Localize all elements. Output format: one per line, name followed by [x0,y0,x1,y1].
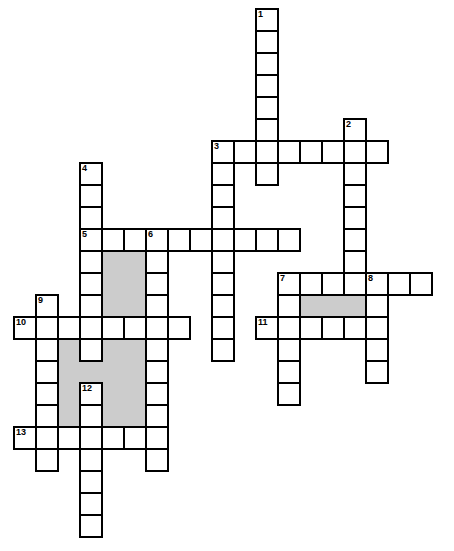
answer-cell-r10-c10[interactable] [233,228,257,252]
answer-cell-r12-c14[interactable] [321,272,345,296]
answer-cell-r12-c12[interactable] [277,272,301,296]
answer-cell-r16-c1[interactable] [35,360,59,384]
answer-cell-r6-c13[interactable] [299,140,323,164]
answer-cell-r12-c9[interactable] [211,272,235,296]
answer-cell-r23-c3[interactable] [79,514,103,538]
answer-cell-r7-c11[interactable] [255,162,279,186]
shaded-filler-cell [123,272,147,296]
answer-cell-r11-c6[interactable] [145,250,169,274]
answer-cell-r17-c3[interactable] [79,382,103,406]
answer-cell-r13-c12[interactable] [277,294,301,318]
answer-cell-r14-c1[interactable] [35,316,59,340]
answer-cell-r16-c6[interactable] [145,360,169,384]
answer-cell-r12-c15[interactable] [343,272,367,296]
crossword-grid: 12345678910111213 [0,0,454,551]
shaded-filler-cell [57,338,81,362]
answer-cell-r10-c11[interactable] [255,228,279,252]
answer-cell-r7-c3[interactable] [79,162,103,186]
answer-cell-r14-c12[interactable] [277,316,301,340]
answer-cell-r14-c15[interactable] [343,316,367,340]
shaded-filler-cell [343,294,367,318]
shaded-filler-cell [123,360,147,384]
answer-cell-r17-c12[interactable] [277,382,301,406]
shaded-filler-cell [79,360,103,384]
answer-cell-r6-c11[interactable] [255,140,279,164]
answer-cell-r17-c1[interactable] [35,382,59,406]
answer-cell-r1-c11[interactable] [255,30,279,54]
shaded-filler-cell [101,404,125,428]
answer-cell-r14-c2[interactable] [57,316,81,340]
answer-cell-r14-c11[interactable] [255,316,279,340]
answer-cell-r13-c6[interactable] [145,294,169,318]
answer-cell-r14-c16[interactable] [365,316,389,340]
answer-cell-r12-c17[interactable] [387,272,411,296]
answer-cell-r15-c1[interactable] [35,338,59,362]
answer-cell-r16-c16[interactable] [365,360,389,384]
answer-cell-r20-c1[interactable] [35,448,59,472]
shaded-filler-cell [57,360,81,384]
answer-cell-r18-c6[interactable] [145,404,169,428]
answer-cell-r6-c12[interactable] [277,140,301,164]
answer-cell-r6-c15[interactable] [343,140,367,164]
answer-cell-r9-c9[interactable] [211,206,235,230]
answer-cell-r14-c0[interactable] [13,316,37,340]
answer-cell-r10-c3[interactable] [79,228,103,252]
shaded-filler-cell [57,382,81,406]
answer-cell-r10-c9[interactable] [211,228,235,252]
answer-cell-r22-c3[interactable] [79,492,103,516]
answer-cell-r6-c14[interactable] [321,140,345,164]
answer-cell-r7-c15[interactable] [343,162,367,186]
answer-cell-r12-c3[interactable] [79,272,103,296]
answer-cell-r14-c4[interactable] [101,316,125,340]
answer-cell-r14-c5[interactable] [123,316,147,340]
shaded-filler-cell [101,272,125,296]
answer-cell-r2-c11[interactable] [255,52,279,76]
answer-cell-r18-c3[interactable] [79,404,103,428]
answer-cell-r5-c11[interactable] [255,118,279,142]
shaded-filler-cell [123,382,147,406]
answer-cell-r12-c6[interactable] [145,272,169,296]
page-background: 12345678910111213 [0,0,454,551]
answer-cell-r8-c9[interactable] [211,184,235,208]
shaded-filler-cell [101,382,125,406]
answer-cell-r11-c15[interactable] [343,250,367,274]
answer-cell-r6-c10[interactable] [233,140,257,164]
answer-cell-r12-c13[interactable] [299,272,323,296]
answer-cell-r6-c16[interactable] [365,140,389,164]
answer-cell-r15-c3[interactable] [79,338,103,362]
shaded-filler-cell [123,294,147,318]
answer-cell-r10-c6[interactable] [145,228,169,252]
answer-cell-r13-c1[interactable] [35,294,59,318]
answer-cell-r8-c15[interactable] [343,184,367,208]
answer-cell-r9-c15[interactable] [343,206,367,230]
answer-cell-r19-c2[interactable] [57,426,81,450]
answer-cell-r18-c1[interactable] [35,404,59,428]
answer-cell-r19-c6[interactable] [145,426,169,450]
answer-cell-r4-c11[interactable] [255,96,279,120]
answer-cell-r9-c3[interactable] [79,206,103,230]
answer-cell-r10-c15[interactable] [343,228,367,252]
shaded-filler-cell [101,338,125,362]
shaded-filler-cell [321,294,345,318]
answer-cell-r10-c5[interactable] [123,228,147,252]
answer-cell-r14-c3[interactable] [79,316,103,340]
answer-cell-r15-c12[interactable] [277,338,301,362]
answer-cell-r5-c15[interactable] [343,118,367,142]
answer-cell-r14-c6[interactable] [145,316,169,340]
answer-cell-r20-c3[interactable] [79,448,103,472]
answer-cell-r10-c12[interactable] [277,228,301,252]
answer-cell-r14-c9[interactable] [211,316,235,340]
answer-cell-r8-c3[interactable] [79,184,103,208]
shaded-filler-cell [101,294,125,318]
shaded-filler-cell [299,294,323,318]
shaded-filler-cell [101,360,125,384]
answer-cell-r0-c11[interactable] [255,8,279,32]
answer-cell-r13-c16[interactable] [365,294,389,318]
shaded-filler-cell [123,250,147,274]
answer-cell-r14-c14[interactable] [321,316,345,340]
answer-cell-r14-c7[interactable] [167,316,191,340]
answer-cell-r13-c3[interactable] [79,294,103,318]
answer-cell-r15-c16[interactable] [365,338,389,362]
answer-cell-r16-c12[interactable] [277,360,301,384]
shaded-filler-cell [123,404,147,428]
answer-cell-r19-c5[interactable] [123,426,147,450]
answer-cell-r7-c9[interactable] [211,162,235,186]
answer-cell-r20-c6[interactable] [145,448,169,472]
shaded-filler-cell [57,404,81,428]
answer-cell-r14-c13[interactable] [299,316,323,340]
answer-cell-r3-c11[interactable] [255,74,279,98]
answer-cell-r19-c3[interactable] [79,426,103,450]
answer-cell-r6-c9[interactable] [211,140,235,164]
answer-cell-r19-c4[interactable] [101,426,125,450]
answer-cell-r10-c7[interactable] [167,228,191,252]
answer-cell-r15-c6[interactable] [145,338,169,362]
answer-cell-r12-c16[interactable] [365,272,389,296]
answer-cell-r11-c3[interactable] [79,250,103,274]
answer-cell-r10-c4[interactable] [101,228,125,252]
answer-cell-r11-c9[interactable] [211,250,235,274]
answer-cell-r15-c9[interactable] [211,338,235,362]
answer-cell-r19-c1[interactable] [35,426,59,450]
answer-cell-r10-c8[interactable] [189,228,213,252]
shaded-filler-cell [123,338,147,362]
answer-cell-r17-c6[interactable] [145,382,169,406]
answer-cell-r21-c3[interactable] [79,470,103,494]
answer-cell-r19-c0[interactable] [13,426,37,450]
shaded-filler-cell [101,250,125,274]
answer-cell-r12-c18[interactable] [409,272,433,296]
answer-cell-r13-c9[interactable] [211,294,235,318]
